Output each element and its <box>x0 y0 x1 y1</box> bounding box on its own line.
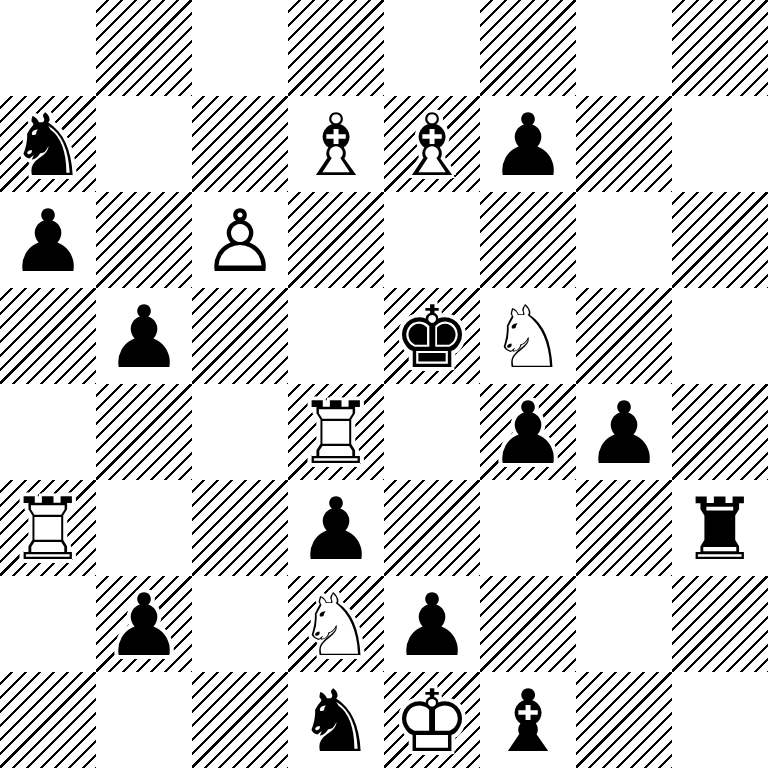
white-bishop-outline-icon: ♗ <box>288 96 384 192</box>
square-h5[interactable] <box>672 288 768 384</box>
black-pawn-icon: ♟ <box>0 192 96 288</box>
square-c6[interactable]: ♟♙ <box>192 192 288 288</box>
square-b6[interactable] <box>96 192 192 288</box>
square-d4[interactable]: ♜♖ <box>288 384 384 480</box>
square-g7[interactable] <box>576 96 672 192</box>
white-king-outline-icon: ♔ <box>384 672 480 768</box>
square-c1[interactable] <box>192 672 288 768</box>
square-d6[interactable] <box>288 192 384 288</box>
square-a3[interactable]: ♜♖ <box>0 480 96 576</box>
square-f6[interactable] <box>480 192 576 288</box>
square-f7[interactable]: ♟ <box>480 96 576 192</box>
square-d3[interactable]: ♟ <box>288 480 384 576</box>
square-f5[interactable]: ♞♘ <box>480 288 576 384</box>
white-bishop-d7[interactable]: ♝♗ <box>288 96 384 192</box>
black-pawn-icon: ♟ <box>576 384 672 480</box>
square-a7[interactable]: ♞ <box>0 96 96 192</box>
square-d8[interactable] <box>288 0 384 96</box>
square-g1[interactable] <box>576 672 672 768</box>
square-g6[interactable] <box>576 192 672 288</box>
white-rook-outline-icon: ♖ <box>288 384 384 480</box>
square-a8[interactable] <box>0 0 96 96</box>
square-b1[interactable] <box>96 672 192 768</box>
square-f1[interactable]: ♝ <box>480 672 576 768</box>
square-c4[interactable] <box>192 384 288 480</box>
square-e6[interactable] <box>384 192 480 288</box>
white-knight-f5[interactable]: ♞♘ <box>480 288 576 384</box>
square-b4[interactable] <box>96 384 192 480</box>
square-h4[interactable] <box>672 384 768 480</box>
square-e5[interactable]: ♚ <box>384 288 480 384</box>
white-knight-outline-icon: ♘ <box>288 576 384 672</box>
square-b8[interactable] <box>96 0 192 96</box>
square-g4[interactable]: ♟ <box>576 384 672 480</box>
square-a2[interactable] <box>0 576 96 672</box>
square-g2[interactable] <box>576 576 672 672</box>
square-a5[interactable] <box>0 288 96 384</box>
square-c8[interactable] <box>192 0 288 96</box>
black-pawn-icon: ♟ <box>384 576 480 672</box>
square-f3[interactable] <box>480 480 576 576</box>
white-knight-outline-icon: ♘ <box>480 288 576 384</box>
black-pawn-icon: ♟ <box>96 576 192 672</box>
square-e4[interactable] <box>384 384 480 480</box>
white-pawn-c6[interactable]: ♟♙ <box>192 192 288 288</box>
black-pawn-icon: ♟ <box>96 288 192 384</box>
black-pawn-icon: ♟ <box>480 96 576 192</box>
square-h8[interactable] <box>672 0 768 96</box>
square-h1[interactable] <box>672 672 768 768</box>
white-knight-d2[interactable]: ♞♘ <box>288 576 384 672</box>
black-pawn-d3[interactable]: ♟ <box>288 480 384 576</box>
white-bishop-e7[interactable]: ♝♗ <box>384 96 480 192</box>
black-knight-a7[interactable]: ♞ <box>0 96 96 192</box>
square-a4[interactable] <box>0 384 96 480</box>
black-bishop-f1[interactable]: ♝ <box>480 672 576 768</box>
square-d2[interactable]: ♞♘ <box>288 576 384 672</box>
white-bishop-outline-icon: ♗ <box>384 96 480 192</box>
square-b3[interactable] <box>96 480 192 576</box>
square-h6[interactable] <box>672 192 768 288</box>
black-pawn-icon: ♟ <box>480 384 576 480</box>
black-knight-icon: ♞ <box>0 96 96 192</box>
square-e7[interactable]: ♝♗ <box>384 96 480 192</box>
black-king-icon: ♚ <box>384 288 480 384</box>
square-g8[interactable] <box>576 0 672 96</box>
square-d5[interactable] <box>288 288 384 384</box>
black-bishop-icon: ♝ <box>480 672 576 768</box>
black-pawn-g4[interactable]: ♟ <box>576 384 672 480</box>
white-king-e1[interactable]: ♚♔ <box>384 672 480 768</box>
white-rook-outline-icon: ♖ <box>0 480 96 576</box>
square-e1[interactable]: ♚♔ <box>384 672 480 768</box>
black-pawn-a6[interactable]: ♟ <box>0 192 96 288</box>
square-c7[interactable] <box>192 96 288 192</box>
white-rook-a3[interactable]: ♜♖ <box>0 480 96 576</box>
black-rook-icon: ♜ <box>672 480 768 576</box>
black-pawn-e2[interactable]: ♟ <box>384 576 480 672</box>
square-a1[interactable] <box>0 672 96 768</box>
black-rook-h3[interactable]: ♜ <box>672 480 768 576</box>
black-pawn-b2[interactable]: ♟ <box>96 576 192 672</box>
white-rook-d4[interactable]: ♜♖ <box>288 384 384 480</box>
square-a6[interactable]: ♟ <box>0 192 96 288</box>
square-e8[interactable] <box>384 0 480 96</box>
black-pawn-b5[interactable]: ♟ <box>96 288 192 384</box>
black-knight-d1[interactable]: ♞ <box>288 672 384 768</box>
square-b5[interactable]: ♟ <box>96 288 192 384</box>
black-king-e5[interactable]: ♚ <box>384 288 480 384</box>
black-pawn-icon: ♟ <box>288 480 384 576</box>
square-g5[interactable] <box>576 288 672 384</box>
square-d1[interactable]: ♞ <box>288 672 384 768</box>
square-c2[interactable] <box>192 576 288 672</box>
square-f2[interactable] <box>480 576 576 672</box>
square-h3[interactable]: ♜ <box>672 480 768 576</box>
square-e3[interactable] <box>384 480 480 576</box>
square-b2[interactable]: ♟ <box>96 576 192 672</box>
square-h2[interactable] <box>672 576 768 672</box>
black-knight-icon: ♞ <box>288 672 384 768</box>
square-h7[interactable] <box>672 96 768 192</box>
black-pawn-f4[interactable]: ♟ <box>480 384 576 480</box>
square-b7[interactable] <box>96 96 192 192</box>
black-pawn-f7[interactable]: ♟ <box>480 96 576 192</box>
square-c5[interactable] <box>192 288 288 384</box>
white-pawn-outline-icon: ♙ <box>192 192 288 288</box>
square-e2[interactable]: ♟ <box>384 576 480 672</box>
chess-board: ♞♝♗♝♗♟♟♟♙♟♚♞♘♜♖♟♟♜♖♟♜♟♞♘♟♞♚♔♝ <box>0 0 768 768</box>
square-g3[interactable] <box>576 480 672 576</box>
square-c3[interactable] <box>192 480 288 576</box>
square-d7[interactable]: ♝♗ <box>288 96 384 192</box>
square-f4[interactable]: ♟ <box>480 384 576 480</box>
square-f8[interactable] <box>480 0 576 96</box>
